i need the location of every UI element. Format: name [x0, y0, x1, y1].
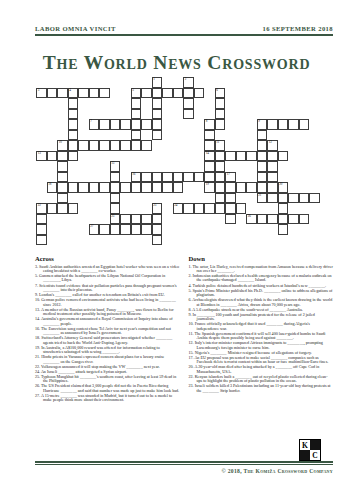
grid-cell-r5c16[interactable]: [204, 130, 215, 141]
grid-cell-r15c0[interactable]: [36, 235, 47, 246]
grid-cell-r6c17[interactable]: 11: [215, 140, 226, 151]
clue-26: 26. The US President claimed that 3,000 …: [35, 384, 180, 393]
grid-cell-r11c25[interactable]: [299, 193, 310, 204]
grid-cell-r3c9[interactable]: [131, 109, 142, 120]
grid-cell-r12c16[interactable]: [204, 203, 215, 214]
grid-cell-r14c11[interactable]: [152, 224, 163, 235]
grid-cell-r10c9[interactable]: [131, 182, 142, 193]
grid-cell-r7c2[interactable]: [57, 151, 68, 162]
cell-number: 9: [258, 120, 260, 123]
grid-cell-r15c11[interactable]: [152, 235, 163, 246]
cell-number: 26: [248, 215, 251, 218]
cell-number: 10: [59, 141, 62, 144]
grid-cell-r12c2[interactable]: [57, 203, 68, 214]
cell-number: 2: [185, 78, 187, 81]
cell-number: 6: [216, 89, 218, 92]
grid-cell-r4c11[interactable]: [152, 119, 163, 130]
grid-cell-r4c16[interactable]: 8: [204, 119, 215, 130]
grid-cell-r9c17[interactable]: [215, 172, 226, 183]
grid-cell-r9c16[interactable]: [204, 172, 215, 183]
grid-cell-r3c14[interactable]: [183, 109, 194, 120]
clue-20: 20. A 26-year-old man died after being a…: [189, 365, 334, 374]
cell-number: 4: [69, 89, 71, 92]
grid-cell-r13c25[interactable]: [299, 214, 310, 225]
grid-cell-r10c12[interactable]: [162, 182, 173, 193]
grid-cell-r10c19[interactable]: [236, 182, 247, 193]
grid-cell-r10c1[interactable]: 18: [47, 182, 58, 193]
grid-cell-r1c11[interactable]: [152, 88, 163, 99]
grid-cell-r6c10[interactable]: [141, 140, 152, 151]
grid-cell-r10c7[interactable]: [110, 182, 121, 193]
grid-cell-r5c9[interactable]: [131, 130, 142, 141]
cell-number: 16: [132, 173, 135, 176]
grid-cell-r4c8[interactable]: [120, 119, 131, 130]
grid-cell-r13c20[interactable]: 26: [246, 214, 257, 225]
cell-number: 23: [153, 204, 156, 207]
cell-number: 1: [153, 78, 155, 81]
cell-number: 13: [38, 152, 41, 155]
grid-cell-r1c10[interactable]: [141, 88, 152, 99]
grid-cell-r12c23[interactable]: [278, 203, 289, 214]
clue-21: 21. Hindu priests in Varanasi expressed …: [35, 355, 180, 364]
grid-cell-r11c7[interactable]: [110, 193, 121, 204]
grid-cell-r9c10[interactable]: [141, 172, 152, 183]
grid-cell-r11c23[interactable]: [278, 193, 289, 204]
grid-cell-r12c18[interactable]: [225, 203, 236, 214]
grid-cell-r3c17[interactable]: [215, 109, 226, 120]
grid-cell-r8c22[interactable]: [267, 161, 278, 172]
publisher-logo: K C: [299, 439, 321, 461]
grid-cell-r9c21[interactable]: [257, 172, 268, 183]
grid-cell-r7c0[interactable]: 13: [36, 151, 47, 162]
grid-cell-r10c8[interactable]: [120, 182, 131, 193]
grid-cell-r9c7[interactable]: [110, 172, 121, 183]
grid-cell-r1c13[interactable]: [173, 88, 184, 99]
grid-cell-r4c24[interactable]: [288, 119, 299, 130]
grid-cell-r1c3[interactable]: 4: [68, 88, 79, 99]
grid-cell-r13c18[interactable]: [225, 214, 236, 225]
clue-12: 12. Italy's interior minister compared A…: [189, 341, 334, 350]
header-rule: [35, 34, 333, 36]
grid-cell-r4c7[interactable]: [110, 119, 121, 130]
grid-cell-r7c3[interactable]: [68, 151, 79, 162]
logo-black-square: [300, 450, 310, 460]
grid-cell-r13c22[interactable]: [267, 214, 278, 225]
grid-cell-r9c11[interactable]: [152, 172, 163, 183]
grid-cell-r2c14[interactable]: [183, 98, 194, 109]
grid-cell-r1c9[interactable]: 5: [131, 88, 142, 99]
grid-cell-r9c14[interactable]: [183, 172, 194, 183]
grid-cell-r11c24[interactable]: [288, 193, 299, 204]
grid-cell-r4c22[interactable]: [267, 119, 278, 130]
cell-number: 14: [206, 152, 209, 155]
grid-cell-r12c3[interactable]: [68, 203, 79, 214]
grid-cell-r14c7[interactable]: [110, 224, 121, 235]
cell-number: 19: [206, 183, 209, 186]
grid-cell-r12c15[interactable]: [194, 203, 205, 214]
grid-cell-r10c5[interactable]: [89, 182, 100, 193]
clue-10: 10. German police removed environmental …: [35, 298, 180, 307]
grid-cell-r13c23[interactable]: [278, 214, 289, 225]
across-heading: Across: [35, 255, 180, 262]
grid-cell-r7c17[interactable]: [215, 151, 226, 162]
clue-23: 23. Israeli soldiers killed 3 Palestinia…: [189, 384, 334, 393]
grid-cell-r11c18[interactable]: [225, 193, 236, 204]
grid-cell-r9c9[interactable]: 16: [131, 172, 142, 183]
grid-cell-r12c19[interactable]: [236, 203, 247, 214]
grid-cell-r1c12[interactable]: [162, 88, 173, 99]
clue-10: 10. France officially acknowledged that …: [189, 322, 334, 331]
cell-number: 17: [227, 173, 230, 176]
grid-cell-r5c11[interactable]: [152, 130, 163, 141]
down-clue-list: 1. The actor, Liz Hurley, received compe…: [189, 265, 334, 394]
grid-cell-r13c11[interactable]: [152, 214, 163, 225]
grid-cell-r7c20[interactable]: [246, 151, 257, 162]
grid-cell-r11c2[interactable]: [57, 193, 68, 204]
cell-number: 21: [258, 194, 261, 197]
grid-cell-r14c10[interactable]: [141, 224, 152, 235]
grid-cell-r7c19[interactable]: [236, 151, 247, 162]
grid-cell-r13c24[interactable]: [288, 214, 299, 225]
grid-cell-r12c14[interactable]: [183, 203, 194, 214]
grid-cell-r8c16[interactable]: [204, 161, 215, 172]
grid-cell-r6c6[interactable]: [99, 140, 110, 151]
masthead-date: 16 SEPTEMBER 2018: [262, 25, 333, 32]
grid-cell-r9c18[interactable]: 17: [225, 172, 236, 183]
grid-cell-r6c4[interactable]: [78, 140, 89, 151]
grid-cell-r10c18[interactable]: [225, 182, 236, 193]
grid-cell-r13c21[interactable]: [257, 214, 268, 225]
grid-cell-r14c9[interactable]: [131, 224, 142, 235]
grid-cell-r1c4[interactable]: [78, 88, 89, 99]
grid-cell-r6c7[interactable]: [110, 140, 121, 151]
grid-cell-r11c21[interactable]: 21: [257, 193, 268, 204]
cell-number: 24: [174, 204, 177, 207]
grid-cell-r12c13[interactable]: 24: [173, 203, 184, 214]
clue-2: 2. Indonesian authorities declared a hea…: [189, 274, 334, 283]
grid-cell-r8c7[interactable]: 15: [110, 161, 121, 172]
grid-cell-r10c4[interactable]: [78, 182, 89, 193]
crossword-grid: 1234567891011121314151617181920212223242…: [36, 77, 332, 247]
grid-cell-r9c12[interactable]: [162, 172, 173, 183]
grid-cell-r10c23[interactable]: 20: [278, 182, 289, 193]
grid-cell-r12c1[interactable]: [47, 203, 58, 214]
grid-cell-r10c17[interactable]: [215, 182, 226, 193]
grid-cell-r1c5[interactable]: [89, 88, 100, 99]
grid-cell-r9c13[interactable]: [173, 172, 184, 183]
masthead: LABOR OMNIA VINCIT 16 SEPTEMBER 2018: [35, 25, 333, 32]
grid-cell-r12c17[interactable]: [215, 203, 226, 214]
grid-cell-r10c3[interactable]: [68, 182, 79, 193]
grid-cell-r10c16[interactable]: 19: [204, 182, 215, 193]
grid-cell-r8c17[interactable]: [215, 161, 226, 172]
grid-cell-r14c23[interactable]: [278, 224, 289, 235]
grid-cell-r1c6[interactable]: [99, 88, 110, 99]
logo-black-square: [310, 440, 320, 450]
cell-number: 27: [90, 225, 93, 228]
grid-cell-r8c2[interactable]: [57, 161, 68, 172]
grid-cell-r13c8[interactable]: [120, 214, 131, 225]
grid-cell-r1c14[interactable]: [183, 88, 194, 99]
grid-cell-r7c21[interactable]: [257, 151, 268, 162]
grid-cell-r1c15[interactable]: [194, 88, 205, 99]
grid-cell-r2c11[interactable]: [152, 98, 163, 109]
grid-cell-r4c17[interactable]: [215, 119, 226, 130]
clue-14: 14. Australia's government announced a R…: [35, 317, 180, 326]
logo-letter-k: K: [300, 440, 310, 450]
grid-cell-r10c2[interactable]: [57, 182, 68, 193]
grid-cell-r11c22[interactable]: [267, 193, 278, 204]
clue-18: 18. Switzerland's Attorney General said …: [35, 336, 180, 345]
grid-cell-r10c21[interactable]: [257, 182, 268, 193]
footer-rule: [35, 461, 333, 465]
grid-cell-r10c10[interactable]: [141, 182, 152, 193]
grid-cell-r8c21[interactable]: [257, 161, 268, 172]
crossword-page: LABOR OMNIA VINCIT 16 SEPTEMBER 2018 The…: [0, 0, 353, 500]
grid-cell-r3c3[interactable]: [68, 109, 79, 120]
grid-cell-r14c8[interactable]: [120, 224, 131, 235]
grid-cell-r6c22[interactable]: 12: [267, 140, 278, 151]
across-clue-list: 3. Saudi Arabian authorities arrested an…: [35, 265, 180, 403]
grid-cell-r1c17[interactable]: 6: [215, 88, 226, 99]
grid-cell-r7c23[interactable]: [278, 151, 289, 162]
cell-number: 5: [132, 89, 134, 92]
grid-cell-r6c5[interactable]: [89, 140, 100, 151]
grid-cell-r6c16[interactable]: [204, 140, 215, 151]
grid-cell-r6c3[interactable]: [68, 140, 79, 151]
grid-cell-r14c5[interactable]: 27: [89, 224, 100, 235]
grid-cell-r4c23[interactable]: [278, 119, 289, 130]
clue-5: 5. Gunmen attacked the headquarters of t…: [35, 274, 180, 283]
cell-number: 25: [111, 215, 114, 218]
grid-cell-r13c7[interactable]: 25: [110, 214, 121, 225]
page-title: The World News Crossword: [0, 52, 353, 74]
cell-number: 11: [216, 141, 219, 144]
grid-cell-r5c21[interactable]: [257, 130, 268, 141]
cell-number: 20: [279, 183, 282, 186]
grid-cell-r0c14[interactable]: 2: [183, 77, 194, 88]
grid-cell-r12c11[interactable]: 23: [152, 203, 163, 214]
grid-cell-r13c10[interactable]: [141, 214, 152, 225]
grid-cell-r6c8[interactable]: [120, 140, 131, 151]
grid-cell-r11c17[interactable]: [215, 193, 226, 204]
grid-cell-r7c1[interactable]: [47, 151, 58, 162]
grid-cell-r10c22[interactable]: [267, 182, 278, 193]
grid-cell-r10c20[interactable]: [246, 182, 257, 193]
copyright-line: © 2018, The Komiža Crossword Company: [35, 468, 333, 474]
grid-cell-r10c6[interactable]: [99, 182, 110, 193]
grid-cell-r6c2[interactable]: 10: [57, 140, 68, 151]
cell-number: 15: [111, 162, 114, 165]
clue-27: 27. A 15-metre ________ was stranded in …: [35, 394, 180, 403]
grid-cell-r4c25[interactable]: [299, 119, 310, 130]
grid-cell-r12c7[interactable]: [110, 203, 121, 214]
grid-cell-r9c15[interactable]: [194, 172, 205, 183]
grid-cell-r5c3[interactable]: [68, 130, 79, 141]
grid-cell-r9c2[interactable]: [57, 172, 68, 183]
grid-cell-r9c22[interactable]: [267, 172, 278, 183]
grid-cell-r2c3[interactable]: [68, 98, 79, 109]
clue-6: 6. Archaeologists discovered what they t…: [189, 298, 334, 307]
masthead-motto: LABOR OMNIA VINCIT: [35, 25, 116, 32]
grid-cell-r1c0[interactable]: 3: [36, 88, 47, 99]
grid-cell-r2c9[interactable]: [131, 98, 142, 109]
down-column: Down 1. The actor, Liz Hurley, received …: [189, 255, 334, 403]
grid-cell-r6c9[interactable]: [131, 140, 142, 151]
grid-cell-r11c26[interactable]: [309, 193, 320, 204]
clues-section: Across 3. Saudi Arabian authorities arre…: [35, 255, 333, 403]
cell-number: 18: [48, 183, 51, 186]
down-heading: Down: [189, 255, 334, 262]
grid-cell-r1c1[interactable]: [47, 88, 58, 99]
grid-cell-r6c21[interactable]: [257, 140, 268, 151]
cell-number: 8: [206, 120, 208, 123]
grid-cell-r10c11[interactable]: [152, 182, 163, 193]
grid-cell-r3c11[interactable]: [152, 109, 163, 120]
cell-number: 3: [38, 89, 40, 92]
grid-cell-r7c22[interactable]: [267, 151, 278, 162]
grid-cell-r1c2[interactable]: [57, 88, 68, 99]
grid-cell-r14c0[interactable]: [36, 224, 47, 235]
grid-cell-r14c6[interactable]: [99, 224, 110, 235]
grid-cell-r7c16[interactable]: 14: [204, 151, 215, 162]
grid-cell-r13c0[interactable]: [36, 214, 47, 225]
grid-cell-r4c10[interactable]: [141, 119, 152, 130]
grid-cell-r2c17[interactable]: [215, 98, 226, 109]
grid-cell-r10c13[interactable]: [173, 182, 184, 193]
across-column: Across 3. Saudi Arabian authorities arre…: [35, 255, 180, 403]
grid-cell-r4c21[interactable]: 9: [257, 119, 268, 130]
grid-cell-r12c0[interactable]: 22: [36, 203, 47, 214]
grid-cell-r0c11[interactable]: 1: [152, 77, 163, 88]
grid-cell-r7c18[interactable]: [225, 151, 236, 162]
grid-cell-r4c3[interactable]: [68, 119, 79, 130]
grid-cell-r4c9[interactable]: [131, 119, 142, 130]
logo-letter-c: C: [310, 450, 320, 460]
cell-number: 12: [269, 141, 272, 144]
grid-cell-r4c6[interactable]: [99, 119, 110, 130]
cell-number: 22: [38, 204, 41, 207]
grid-cell-r13c9[interactable]: [131, 214, 142, 225]
grid-cell-r4c5[interactable]: 7: [89, 119, 100, 130]
cell-number: 7: [90, 120, 92, 123]
